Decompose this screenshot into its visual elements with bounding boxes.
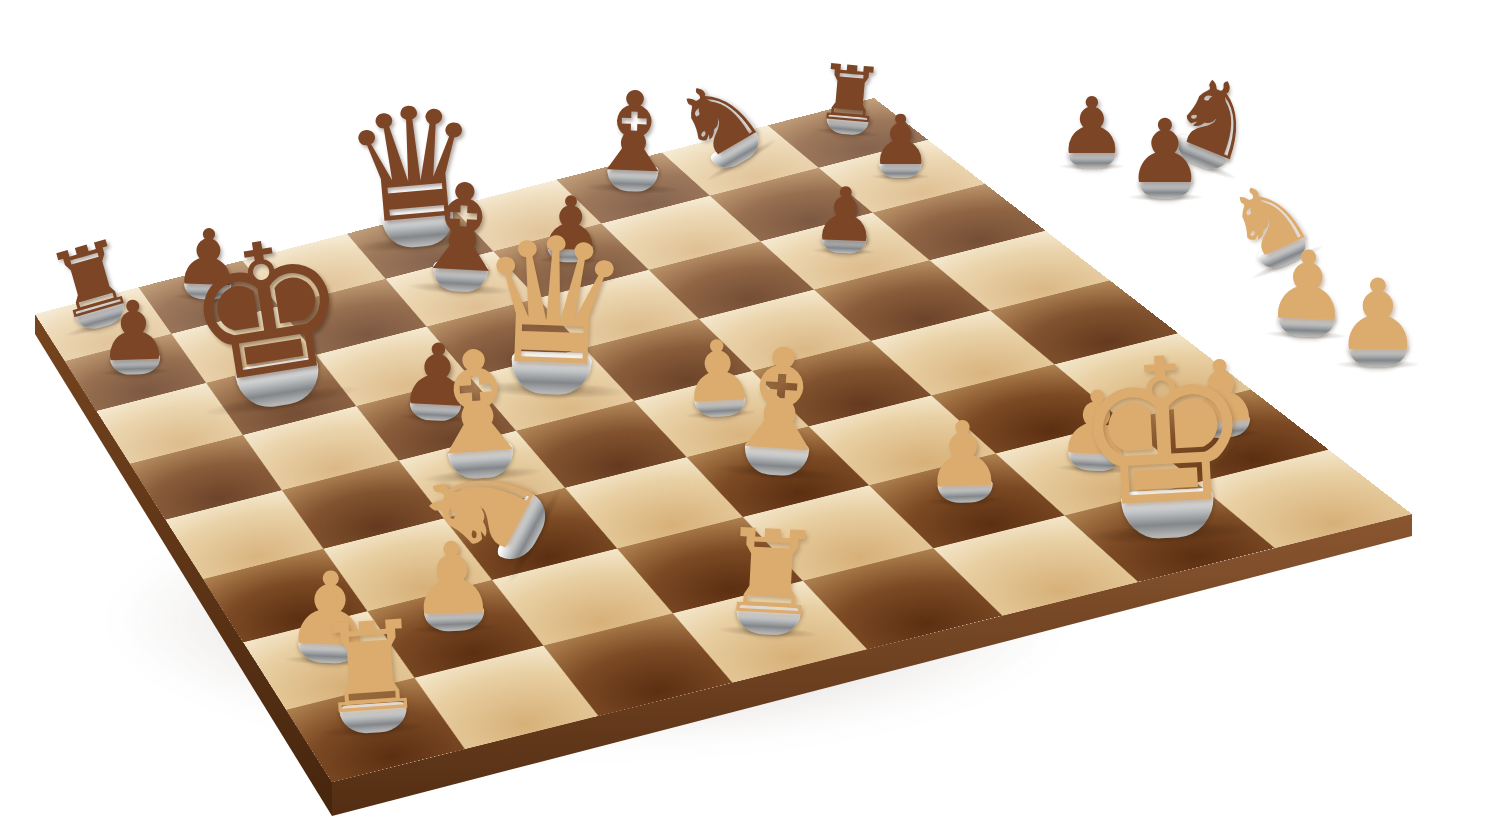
white-rook-icon: ♜ (312, 608, 429, 728)
captured-dark-pawn: ♟ (1056, 90, 1128, 168)
white-bishop-icon: ♝ (714, 333, 847, 469)
product-photo-scene: ♜♟♛♝♞♜♟♝♟♟♚♟♟♛♝♟♞♝♟♟♟♟♟♜♜♚♟♟♞♞♟♟ (0, 0, 1500, 816)
white-pawn-icon: ♟ (922, 413, 1006, 499)
light-pawn-f2: ♟ (924, 413, 1007, 503)
dark-pawn-g6: ♟ (810, 179, 878, 253)
dark-pawn-h7: ♟ (869, 109, 932, 178)
captured-light-pawn: ♟ (1333, 269, 1423, 367)
pieces-layer: ♜♟♛♝♞♜♟♝♟♟♚♟♟♛♝♟♞♝♟♟♟♟♟♜♜♚♟♟♞♞♟♟ (0, 0, 1500, 816)
black-pawn-icon: ♟ (95, 292, 171, 370)
black-bishop-icon: ♝ (583, 80, 685, 185)
white-pawn-icon: ♟ (1334, 270, 1422, 360)
black-pawn-icon: ♟ (1057, 92, 1127, 164)
black-pawn-icon: ♟ (870, 109, 932, 172)
light-king-g1: ♚ (1076, 338, 1259, 537)
dark-king-b6: ♚ (197, 226, 363, 406)
dark-bishop-f8: ♝ (582, 81, 683, 191)
dark-knight-g8: ♞ (696, 70, 782, 163)
dark-pawn-a7: ♟ (97, 292, 172, 374)
light-rook-a1: ♜ (318, 611, 430, 733)
captured-dark-pawn: ♟ (1125, 111, 1206, 199)
white-rook-icon: ♜ (717, 518, 826, 629)
black-pawn-icon: ♟ (1126, 112, 1205, 193)
light-rook-d1: ♜ (715, 519, 821, 634)
black-king-icon: ♚ (175, 217, 360, 406)
white-king-icon: ♚ (1069, 336, 1257, 528)
black-pawn-icon: ♟ (811, 179, 880, 249)
light-bishop-e3: ♝ (712, 336, 840, 475)
